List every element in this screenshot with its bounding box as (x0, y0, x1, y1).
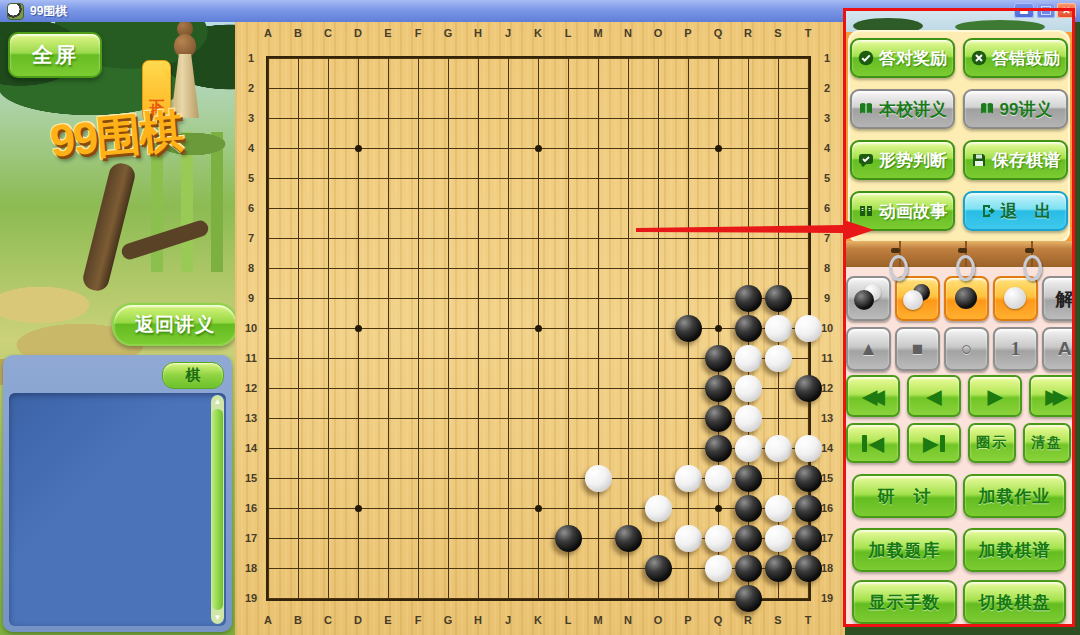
coord-row-6-right: 6 (824, 202, 830, 214)
stone-black-R9[interactable] (735, 285, 762, 312)
coord-col-G-top: G (444, 27, 453, 39)
maximize-button[interactable] (1037, 3, 1055, 18)
scroll-up-icon[interactable]: ▲ (211, 395, 224, 408)
fast-forward-button[interactable]: ▶▶ (1029, 375, 1075, 417)
stone-white-R11[interactable] (735, 345, 762, 372)
stone-white-R13[interactable] (735, 405, 762, 432)
coord-row-3-right: 3 (824, 112, 830, 124)
left-sidebar: 下拉 全屏 99围棋 返回讲义 棋 ▲ ▼ (0, 22, 235, 635)
coord-row-7-right: 7 (824, 232, 830, 244)
chat-messages-area: ▲ ▼ (9, 393, 226, 626)
chat-tab-qi[interactable]: 棋 (162, 362, 224, 389)
coord-col-N-top: N (624, 27, 632, 39)
coord-col-M-top: M (593, 27, 602, 39)
stone-white-Q18[interactable] (705, 555, 732, 582)
book-icon (979, 101, 995, 117)
stone-black-T18[interactable] (795, 555, 822, 582)
coord-col-O-top: O (654, 27, 663, 39)
stone-mode-alt-white-button[interactable] (895, 276, 940, 321)
markup-circle-button[interactable]: ○ (944, 327, 989, 371)
fullscreen-button[interactable]: 全屏 (8, 32, 102, 78)
coord-col-B-top: B (294, 27, 302, 39)
stone-black-S9[interactable] (765, 285, 792, 312)
exit-button[interactable]: 退 出 (963, 191, 1068, 231)
stones-layer[interactable] (253, 43, 823, 613)
coord-col-O-bottom: O (654, 614, 663, 626)
stone-white-P17[interactable] (675, 525, 702, 552)
coord-col-D-top: D (354, 27, 362, 39)
stone-white-R14[interactable] (735, 435, 762, 462)
binder-ring (1023, 255, 1042, 281)
coord-col-B-bottom: B (294, 614, 302, 626)
stone-white-T10[interactable] (795, 315, 822, 342)
stone-black-Q14[interactable] (705, 435, 732, 462)
switch-board-button[interactable]: 切换棋盘 (963, 580, 1066, 624)
back-to-lecture-button[interactable]: 返回讲义 (112, 303, 235, 346)
coord-col-G-bottom: G (444, 614, 453, 626)
white-stone-icon (903, 290, 923, 310)
to-end-button[interactable]: ▶ (907, 423, 961, 463)
coord-col-N-bottom: N (624, 614, 632, 626)
stone-black-R10[interactable] (735, 315, 762, 342)
coord-col-S-bottom: S (774, 614, 781, 626)
binder-ring (956, 255, 975, 281)
coord-col-R-top: R (744, 27, 752, 39)
stone-black-S18[interactable] (765, 555, 792, 582)
stone-white-M15[interactable] (585, 465, 612, 492)
chat-check-icon (858, 152, 874, 168)
encourage-wrong-button[interactable]: 答错鼓励 (963, 38, 1068, 78)
fast-rewind-button[interactable]: ◀◀ (846, 375, 900, 417)
stone-black-R18[interactable] (735, 555, 762, 582)
coord-col-M-bottom: M (593, 614, 602, 626)
close-button[interactable]: ✕ (1057, 3, 1076, 18)
stone-white-S16[interactable] (765, 495, 792, 522)
coord-col-E-bottom: E (384, 614, 391, 626)
discuss-button[interactable]: 研 讨 (852, 474, 957, 518)
coord-col-P-bottom: P (684, 614, 691, 626)
stone-white-S14[interactable] (765, 435, 792, 462)
stone-black-T17[interactable] (795, 525, 822, 552)
markup-square-button[interactable]: ■ (895, 327, 940, 371)
stone-white-S17[interactable] (765, 525, 792, 552)
stone-black-R19[interactable] (735, 585, 762, 612)
stone-black-T12[interactable] (795, 375, 822, 402)
ring-slot (958, 248, 967, 253)
stone-white-T14[interactable] (795, 435, 822, 462)
chat-scrollbar[interactable]: ▲ ▼ (211, 395, 224, 624)
app-logo: 99围棋 (48, 100, 185, 171)
coord-col-J-bottom: J (505, 614, 511, 626)
bar-icon (940, 435, 945, 452)
ring-slot (891, 248, 900, 253)
animation-story-button[interactable]: 动画故事 (850, 191, 955, 231)
coord-col-D-bottom: D (354, 614, 362, 626)
coord-row-5-right: 5 (824, 172, 830, 184)
stone-black-R15[interactable] (735, 465, 762, 492)
stone-black-O18[interactable] (645, 555, 672, 582)
coord-col-L-bottom: L (565, 614, 572, 626)
stone-black-Q13[interactable] (705, 405, 732, 432)
coord-col-T-bottom: T (805, 614, 812, 626)
stone-black-R17[interactable] (735, 525, 762, 552)
stone-mode-white-button[interactable] (993, 276, 1038, 321)
chat-panel: 棋 ▲ ▼ (3, 355, 232, 632)
stone-black-R16[interactable] (735, 495, 762, 522)
stone-white-Q17[interactable] (705, 525, 732, 552)
exit-icon (980, 203, 996, 219)
stone-black-N17[interactable] (615, 525, 642, 552)
stone-mode-black-button[interactable] (944, 276, 989, 321)
coord-col-R-bottom: R (744, 614, 752, 626)
check-circle-icon (858, 50, 874, 66)
top-button-grid: 答对奖励 答错鼓励 本校讲义 99讲义 形势判断 保存棋谱 动画故事 退 出 (850, 38, 1068, 231)
ring-slot (1025, 248, 1034, 253)
back-icon: ◀ (927, 385, 942, 408)
black-stone-icon (854, 290, 874, 310)
coord-col-E-top: E (384, 27, 391, 39)
coord-col-J-top: J (505, 27, 511, 39)
fast-forward-icon: ▶▶ (1045, 385, 1060, 408)
forward-icon: ▶ (923, 432, 938, 455)
coord-col-A-top: A (264, 27, 272, 39)
stone-black-T16[interactable] (795, 495, 822, 522)
stone-black-P10[interactable] (675, 315, 702, 342)
stone-black-Q12[interactable] (705, 375, 732, 402)
back-icon: ◀ (869, 432, 884, 455)
binder-ring (889, 255, 908, 281)
coord-col-L-top: L (565, 27, 572, 39)
scroll-down-icon[interactable]: ▼ (211, 611, 224, 624)
white-stone-icon (1004, 287, 1026, 309)
story-book-icon (858, 203, 874, 219)
circle-show-button[interactable]: 圈示 (968, 423, 1016, 463)
stone-black-Q11[interactable] (705, 345, 732, 372)
coord-col-Q-top: Q (714, 27, 723, 39)
stone-white-Q15[interactable] (705, 465, 732, 492)
app-icon (7, 3, 24, 20)
coord-col-H-top: H (474, 27, 482, 39)
coord-col-T-top: T (805, 27, 812, 39)
load-kifu-button[interactable]: 加载棋谱 (963, 528, 1066, 572)
load-homework-button[interactable]: 加载作业 (963, 474, 1066, 518)
coord-col-Q-bottom: Q (714, 614, 723, 626)
scrollbar-thumb[interactable] (212, 409, 223, 610)
coord-row-9-right: 9 (824, 292, 830, 304)
markup-letter-button[interactable]: A (1042, 327, 1075, 371)
right-tool-panel: 答对奖励 答错鼓励 本校讲义 99讲义 形势判断 保存棋谱 动画故事 退 出 (843, 8, 1075, 627)
bar-icon (862, 435, 867, 452)
lecture-99-button[interactable]: 99讲义 (963, 89, 1068, 129)
school-lecture-button[interactable]: 本校讲义 (850, 89, 955, 129)
coord-col-S-top: S (774, 27, 781, 39)
coord-row-2-right: 2 (824, 82, 830, 94)
tree-trunk-art (81, 161, 138, 293)
x-circle-icon (971, 50, 987, 66)
markup-number-button[interactable]: 1 (993, 327, 1038, 371)
book-icon (858, 101, 874, 117)
coord-col-F-bottom: F (415, 614, 422, 626)
stone-white-P15[interactable] (675, 465, 702, 492)
stone-mode-alt-black-button[interactable] (846, 276, 891, 321)
stone-black-T15[interactable] (795, 465, 822, 492)
load-problems-button[interactable]: 加载题库 (852, 528, 957, 572)
go-board[interactable]: AABBCCDDEEFFGGHHJJKKLLMMNNOOPPQQRRSSTT11… (235, 22, 845, 635)
tool-area: 解 ▲ ■ ○ 1 A ◀◀ ◀ ▶ ▶▶ ◀ ▶ 圈示 清盘 研 讨 加载作业… (843, 267, 1075, 627)
coord-col-F-top: F (415, 27, 422, 39)
rewind-icon: ◀◀ (862, 385, 877, 408)
stone-white-R12[interactable] (735, 375, 762, 402)
situation-judge-button[interactable]: 形势判断 (850, 140, 955, 180)
coord-col-A-bottom: A (264, 614, 272, 626)
stone-white-S10[interactable] (765, 315, 792, 342)
coord-col-C-bottom: C (324, 614, 332, 626)
coord-col-K-bottom: K (534, 614, 542, 626)
markup-triangle-button[interactable]: ▲ (846, 327, 891, 371)
stone-white-O16[interactable] (645, 495, 672, 522)
minimize-button[interactable] (1014, 3, 1034, 18)
clear-board-button[interactable]: 清盘 (1023, 423, 1071, 463)
show-move-numbers-button[interactable]: 显示手数 (852, 580, 957, 624)
coord-col-P-top: P (684, 27, 691, 39)
floppy-icon (971, 152, 987, 168)
stone-white-S11[interactable] (765, 345, 792, 372)
coord-row-4-right: 4 (824, 142, 830, 154)
to-start-button[interactable]: ◀ (846, 423, 900, 463)
coord-col-C-top: C (324, 27, 332, 39)
step-back-button[interactable]: ◀ (907, 375, 961, 417)
reward-correct-button[interactable]: 答对奖励 (850, 38, 955, 78)
black-stone-icon (955, 287, 977, 309)
coord-col-H-bottom: H (474, 614, 482, 626)
coord-row-8-right: 8 (824, 262, 830, 274)
coord-row-1-right: 1 (824, 52, 830, 64)
coord-col-K-top: K (534, 27, 542, 39)
save-kifu-button[interactable]: 保存棋谱 (963, 140, 1068, 180)
window-title: 99围棋 (30, 3, 67, 20)
step-forward-button[interactable]: ▶ (968, 375, 1022, 417)
solve-button[interactable]: 解 (1042, 276, 1075, 321)
stone-black-L17[interactable] (555, 525, 582, 552)
forward-icon: ▶ (988, 385, 1003, 408)
